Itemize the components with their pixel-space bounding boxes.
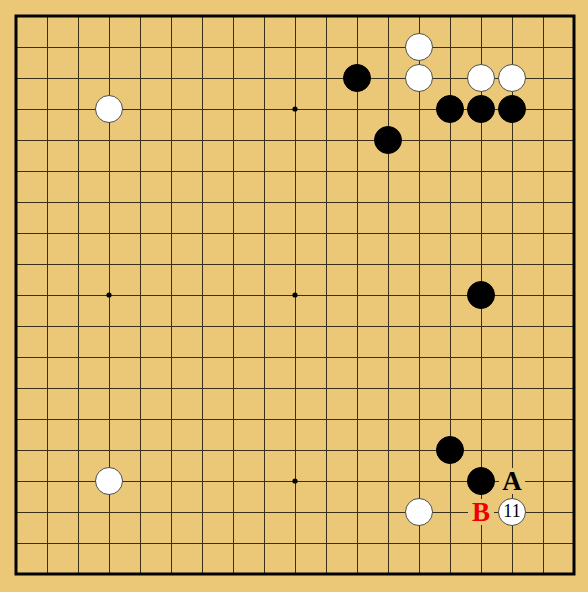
move-number: 11 [503,502,520,520]
stone-white-R17[interactable] [498,64,526,92]
stone-black-Q16[interactable] [467,95,495,123]
stone-black-R16[interactable] [498,95,526,123]
stone-black-M17[interactable] [343,64,371,92]
stone-black-N15[interactable] [374,126,402,154]
go-board[interactable]: AB 11 [0,0,588,592]
stone-black-Q4[interactable] [467,467,495,495]
stone-white-O3[interactable] [405,498,433,526]
stone-white-D16[interactable] [95,95,123,123]
stone-white-O17[interactable] [405,64,433,92]
stone-white-D4[interactable] [95,467,123,495]
stone-black-P5[interactable] [436,436,464,464]
stone-white-O18[interactable] [405,33,433,61]
stone-white-Q17[interactable] [467,64,495,92]
stone-black-P16[interactable] [436,95,464,123]
stones-layer: 11 [0,0,588,592]
stone-white-R3[interactable]: 11 [498,498,526,526]
stone-black-Q10[interactable] [467,281,495,309]
